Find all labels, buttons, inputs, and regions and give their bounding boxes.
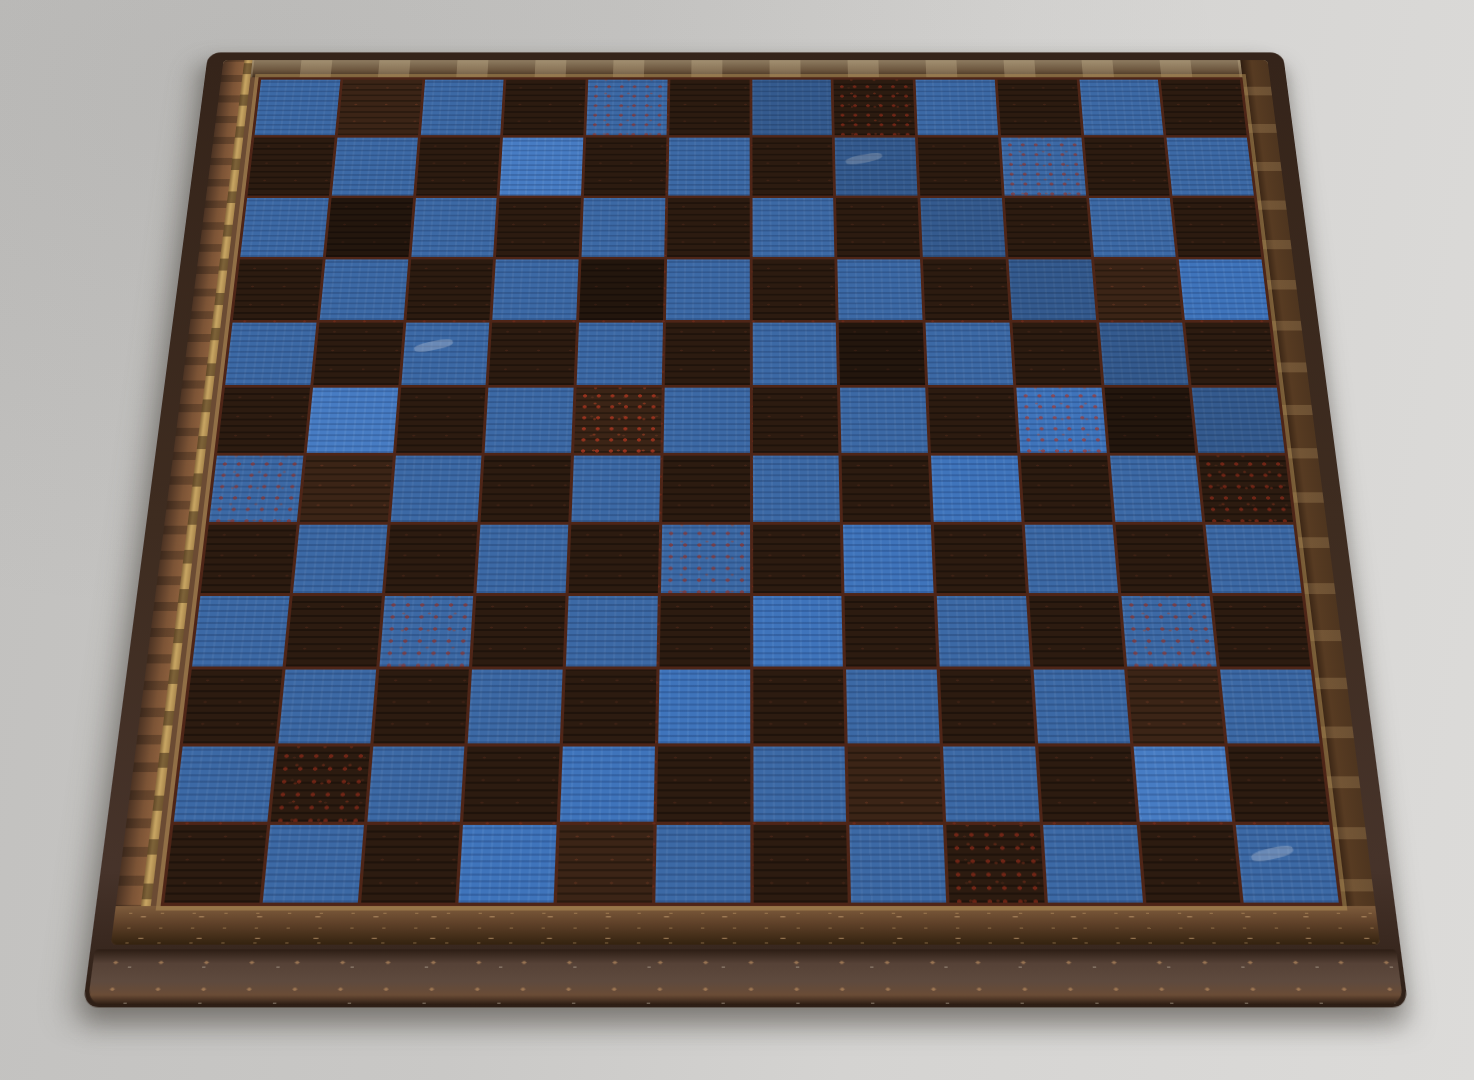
board-square [1213, 596, 1310, 667]
board-square [373, 670, 469, 743]
board-square [270, 746, 369, 821]
board-square [557, 825, 653, 903]
board-square [1089, 198, 1176, 257]
board-square [752, 388, 838, 452]
board-square [655, 825, 750, 903]
checkerboard-grid [161, 77, 1343, 906]
board-square [753, 670, 845, 743]
board-square [319, 259, 407, 320]
board-square [940, 670, 1035, 743]
board-square [667, 198, 749, 257]
board-square [937, 596, 1030, 667]
board-square [1043, 825, 1143, 903]
board-square [1079, 80, 1164, 136]
board-square [840, 388, 928, 452]
board-square [920, 198, 1005, 257]
board-square [503, 80, 585, 136]
board-square [753, 825, 848, 903]
board-square [1012, 323, 1101, 386]
board-square [1104, 388, 1195, 452]
board-square [300, 455, 393, 521]
board-square [164, 825, 267, 903]
board-square [1020, 455, 1112, 521]
board-square [463, 746, 559, 821]
board-square [574, 388, 661, 452]
board-square [1236, 825, 1339, 903]
board-square [225, 323, 316, 386]
board-square [1109, 455, 1202, 521]
board-square [577, 323, 663, 386]
board-square [1033, 670, 1129, 743]
board-square [481, 455, 571, 521]
board-square [918, 138, 1002, 195]
board-square [1133, 746, 1232, 821]
board-square [845, 596, 937, 667]
board-square [361, 825, 460, 903]
board-square [834, 80, 915, 136]
board-square [843, 525, 933, 594]
board-square [367, 746, 465, 821]
board-square [579, 259, 664, 320]
board-square [669, 80, 749, 136]
photo-background [0, 0, 1474, 1080]
board-square [183, 670, 282, 743]
board-square [752, 455, 840, 521]
board-square [997, 80, 1081, 136]
board-square [584, 138, 666, 195]
board-square [209, 455, 303, 521]
board-square [839, 323, 925, 386]
board-square [240, 198, 328, 257]
board-square [582, 198, 666, 257]
board-square [943, 746, 1039, 821]
board-square [489, 323, 576, 386]
board-square [420, 80, 503, 136]
board-square [848, 746, 943, 821]
game-board [83, 52, 1409, 1007]
board-square [293, 525, 387, 594]
board-square [416, 138, 501, 195]
board-square [1121, 596, 1217, 667]
board-square [217, 388, 310, 452]
board-square [174, 746, 275, 821]
board-square [842, 455, 931, 521]
board-square [946, 825, 1044, 903]
board-square [1127, 670, 1225, 743]
board-square [1185, 323, 1276, 386]
board-square [663, 388, 749, 452]
board-square [1179, 259, 1269, 320]
board-square [401, 323, 490, 386]
board-square [1004, 198, 1090, 257]
board-square [255, 80, 341, 136]
board-square [926, 323, 1014, 386]
board-square [1029, 596, 1124, 667]
board-square [586, 80, 667, 136]
board-square [923, 259, 1009, 320]
board-square [1008, 259, 1095, 320]
board-square [306, 388, 397, 452]
board-square [385, 525, 478, 594]
board-square [1038, 746, 1136, 821]
board-square [666, 259, 750, 320]
board-square [835, 138, 918, 195]
board-square [753, 746, 846, 821]
board-square [468, 670, 563, 743]
board-square [664, 323, 749, 386]
board-square [285, 596, 381, 667]
board-square [753, 525, 842, 594]
board-square [411, 198, 497, 257]
board-square [661, 525, 750, 594]
board-square [752, 138, 833, 195]
board-square [928, 388, 1017, 452]
board-square [838, 259, 923, 320]
frame-rail-top [221, 60, 1269, 77]
board-square [569, 525, 659, 594]
board-square [493, 259, 579, 320]
board-square [1084, 138, 1170, 195]
board-square [233, 259, 323, 320]
board-square [1024, 525, 1117, 594]
board-square [485, 388, 574, 452]
board-square [836, 198, 920, 257]
board-square [1199, 455, 1293, 521]
board-square [752, 323, 837, 386]
board-square [459, 825, 557, 903]
board-square [248, 138, 335, 195]
board-square [1094, 259, 1183, 320]
board-frame [111, 60, 1380, 945]
board-square [1192, 388, 1285, 452]
board-square [477, 525, 569, 594]
board-square [379, 596, 473, 667]
board-square [313, 323, 403, 386]
board-square [406, 259, 493, 320]
board-square [931, 455, 1021, 521]
board-square [752, 80, 832, 136]
board-square [192, 596, 289, 667]
board-square [496, 198, 581, 257]
board-square [1099, 323, 1189, 386]
board-square [396, 388, 486, 452]
board-square [337, 80, 422, 136]
board-square [566, 596, 658, 667]
board-square [850, 825, 947, 903]
board-square [278, 670, 376, 743]
board-base-front-edge [87, 949, 1403, 1005]
board-square [668, 138, 749, 195]
board-square [500, 138, 584, 195]
board-square [326, 198, 413, 257]
board-square [846, 670, 939, 743]
board-square [1001, 138, 1086, 195]
board-square [658, 670, 750, 743]
board-square [752, 259, 836, 320]
board-square [1016, 388, 1106, 452]
board-square [563, 670, 656, 743]
board-square [201, 525, 297, 594]
board-square [1161, 80, 1247, 136]
board-square [1173, 198, 1261, 257]
board-square [560, 746, 655, 821]
board-square [262, 825, 363, 903]
board-square [662, 455, 750, 521]
frame-rail-bottom [111, 906, 1380, 945]
board-square [659, 596, 749, 667]
board-square [571, 455, 660, 521]
board-square [915, 80, 997, 136]
board-square [753, 596, 843, 667]
board-square [752, 198, 835, 257]
board-square [1115, 525, 1209, 594]
board-square [1228, 746, 1329, 821]
board-square [1220, 670, 1319, 743]
board-square [934, 525, 1026, 594]
board-square [1167, 138, 1254, 195]
board-square [332, 138, 418, 195]
board-square [1206, 525, 1302, 594]
board-square [390, 455, 481, 521]
board-square [1139, 825, 1240, 903]
board-square [472, 596, 565, 667]
board-square [656, 746, 749, 821]
